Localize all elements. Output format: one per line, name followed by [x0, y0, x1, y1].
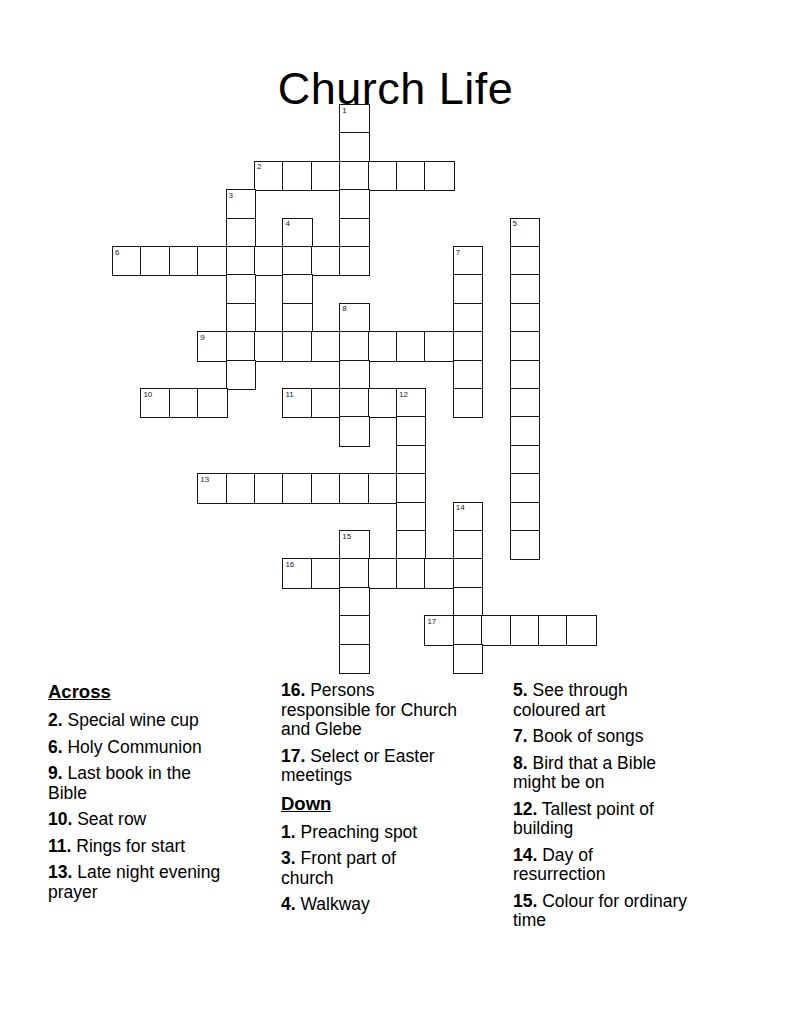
grid-cell[interactable] [312, 247, 340, 275]
clue-number: 12. [513, 799, 537, 819]
grid-cell[interactable] [369, 474, 397, 502]
cell-number: 6 [115, 248, 119, 257]
grid-cell[interactable] [454, 588, 482, 616]
cell-number: 13 [200, 475, 209, 484]
cell-number: 3 [229, 191, 233, 200]
grid-cell[interactable] [567, 616, 595, 644]
grid-cell[interactable]: 13 [198, 474, 226, 502]
grid-cell[interactable] [340, 645, 368, 673]
clue-13: 13. Late night evening prayer [48, 863, 278, 902]
grid-cell[interactable] [397, 474, 425, 502]
grid-cell[interactable] [425, 162, 453, 190]
grid-cell[interactable] [511, 616, 539, 644]
cell-number: 8 [342, 304, 346, 313]
clue-9: 9. Last book in the Bible [48, 764, 278, 803]
clue-1: 1. Preaching spot [281, 823, 509, 843]
clue-column-right: 5. See through coloured art7. Book of so… [513, 681, 755, 938]
clue-2: 2. Special wine cup [48, 711, 278, 731]
grid-cell[interactable] [425, 332, 453, 360]
grid-cell[interactable] [312, 559, 340, 587]
clue-number: 3. [281, 848, 296, 868]
grid-cell[interactable] [454, 361, 482, 389]
cell-number: 2 [257, 162, 261, 171]
grid-cell[interactable] [511, 446, 539, 474]
grid-cell[interactable] [454, 616, 482, 644]
clue-10: 10. Seat row [48, 810, 278, 830]
across-clue-list-cont: 16. Persons responsible for Church and G… [281, 681, 509, 786]
grid-cell[interactable] [227, 247, 255, 275]
grid-cell[interactable] [340, 361, 368, 389]
grid-cell[interactable] [255, 474, 283, 502]
grid-cell[interactable]: 3 [227, 190, 255, 218]
grid-cell[interactable] [283, 332, 311, 360]
grid-cell[interactable] [227, 275, 255, 303]
down-header: Down [281, 793, 509, 815]
grid-cell[interactable] [340, 190, 368, 218]
grid-cell[interactable] [511, 474, 539, 502]
across-clue-list: 2. Special wine cup6. Holy Communion9. L… [48, 711, 278, 902]
grid-cell[interactable] [312, 162, 340, 190]
grid-cell[interactable] [454, 304, 482, 332]
grid-cell[interactable] [397, 503, 425, 531]
grid-cell[interactable] [369, 332, 397, 360]
grid-cell[interactable] [539, 616, 567, 644]
grid-cell[interactable] [397, 162, 425, 190]
grid-cell[interactable] [283, 162, 311, 190]
grid-cell[interactable] [198, 389, 226, 417]
grid-cell[interactable] [312, 332, 340, 360]
grid-cell[interactable] [283, 247, 311, 275]
grid-cell[interactable] [312, 474, 340, 502]
grid-cell[interactable] [340, 474, 368, 502]
grid-cell[interactable]: 8 [340, 304, 368, 332]
grid-cell[interactable] [255, 332, 283, 360]
cell-number: 10 [143, 390, 152, 399]
grid-cell[interactable] [511, 275, 539, 303]
clue-number: 7. [513, 726, 528, 746]
grid-cell[interactable]: 17 [425, 616, 453, 644]
clue-number: 6. [48, 737, 63, 757]
grid-cell[interactable] [454, 275, 482, 303]
clue-16: 16. Persons responsible for Church and G… [281, 681, 509, 740]
down-clue-list-cont: 5. See through coloured art7. Book of so… [513, 681, 755, 931]
grid-cell[interactable] [340, 219, 368, 247]
grid-cell[interactable]: 10 [141, 389, 169, 417]
grid-cell[interactable] [397, 446, 425, 474]
grid-cell[interactable] [340, 133, 368, 161]
grid-cell[interactable] [141, 247, 169, 275]
grid-cell[interactable] [340, 389, 368, 417]
cell-number: 9 [200, 333, 204, 342]
grid-cell[interactable] [511, 503, 539, 531]
cell-number: 1 [342, 106, 346, 115]
cell-number: 7 [456, 248, 460, 257]
clue-11: 11. Rings for start [48, 837, 278, 857]
clue-17: 17. Select or Easter meetings [281, 747, 509, 786]
clue-14: 14. Day of resurrection [513, 846, 755, 885]
grid-cell[interactable] [369, 559, 397, 587]
grid-cell[interactable]: 9 [198, 332, 226, 360]
grid-cell[interactable] [227, 304, 255, 332]
clue-number: 16. [281, 680, 305, 700]
grid-cell[interactable]: 12 [397, 389, 425, 417]
clue-number: 1. [281, 822, 296, 842]
grid-cell[interactable] [511, 304, 539, 332]
clue-number: 9. [48, 763, 63, 783]
grid-cell[interactable] [511, 389, 539, 417]
clue-5: 5. See through coloured art [513, 681, 755, 720]
grid-cell[interactable]: 14 [454, 503, 482, 531]
clue-number: 14. [513, 845, 537, 865]
grid-cell[interactable] [227, 361, 255, 389]
grid-cell[interactable] [397, 531, 425, 559]
grid-cell[interactable] [511, 247, 539, 275]
grid-cell[interactable] [511, 361, 539, 389]
cell-number: 16 [285, 560, 294, 569]
grid-cell[interactable] [397, 417, 425, 445]
clue-number: 5. [513, 680, 528, 700]
grid-cell[interactable]: 5 [511, 219, 539, 247]
grid-cell[interactable] [340, 162, 368, 190]
grid-cell[interactable] [340, 588, 368, 616]
grid-cell[interactable] [454, 332, 482, 360]
grid-cell[interactable] [454, 389, 482, 417]
cell-number: 17 [427, 617, 436, 626]
grid-cell[interactable]: 16 [283, 559, 311, 587]
grid-cell[interactable] [425, 559, 453, 587]
clue-8: 8. Bird that a Bible might be on [513, 754, 755, 793]
grid-cell[interactable] [283, 275, 311, 303]
grid-cell[interactable] [312, 389, 340, 417]
cell-number: 4 [285, 219, 289, 228]
grid-cell[interactable] [397, 559, 425, 587]
grid-cell[interactable] [340, 559, 368, 587]
down-clue-list: 1. Preaching spot3. Front part of church… [281, 823, 509, 915]
grid-cell[interactable]: 2 [255, 162, 283, 190]
cell-number: 15 [342, 532, 351, 541]
grid-cell[interactable] [511, 332, 539, 360]
grid-cell[interactable]: 1 [340, 105, 368, 133]
grid-cell[interactable] [340, 247, 368, 275]
grid-cell[interactable] [198, 247, 226, 275]
grid-cell[interactable] [170, 247, 198, 275]
clue-column-middle: 16. Persons responsible for Church and G… [281, 681, 509, 922]
clue-column-left: Across 2. Special wine cup6. Holy Commun… [48, 681, 278, 909]
grid-cell[interactable]: 4 [283, 219, 311, 247]
grid-cell[interactable] [283, 474, 311, 502]
clue-7: 7. Book of songs [513, 727, 755, 747]
grid-cell[interactable]: 7 [454, 247, 482, 275]
cell-number: 12 [399, 390, 408, 399]
grid-cell[interactable] [227, 332, 255, 360]
clue-number: 13. [48, 862, 72, 882]
grid-cell[interactable] [397, 332, 425, 360]
clue-number: 8. [513, 753, 528, 773]
clue-number: 17. [281, 746, 305, 766]
clue-number: 11. [48, 836, 71, 856]
clue-4: 4. Walkway [281, 895, 509, 915]
across-header: Across [48, 681, 278, 703]
grid-cell[interactable]: 11 [283, 389, 311, 417]
cell-number: 11 [285, 390, 293, 399]
grid-cell[interactable] [170, 389, 198, 417]
grid-cell[interactable] [511, 417, 539, 445]
grid-cell[interactable] [454, 645, 482, 673]
grid-cell[interactable] [511, 531, 539, 559]
cell-number: 14 [456, 503, 465, 512]
grid-cell[interactable] [340, 332, 368, 360]
grid-cell[interactable]: 6 [113, 247, 141, 275]
grid-cell[interactable] [369, 389, 397, 417]
clue-number: 4. [281, 894, 296, 914]
grid-cell[interactable]: 15 [340, 531, 368, 559]
crossword-grid: 1234567891011121314151617 [113, 105, 596, 673]
cell-number: 5 [513, 219, 517, 228]
clue-number: 2. [48, 710, 63, 730]
grid-cell[interactable] [283, 304, 311, 332]
clue-12: 12. Tallest point of building [513, 800, 755, 839]
grid-cell[interactable] [340, 417, 368, 445]
grid-cell[interactable] [227, 219, 255, 247]
grid-cell[interactable] [255, 247, 283, 275]
grid-cell[interactable] [454, 559, 482, 587]
grid-cell[interactable] [482, 616, 510, 644]
clue-15: 15. Colour for ordinary time [513, 892, 755, 931]
grid-cell[interactable] [227, 474, 255, 502]
grid-cell[interactable] [454, 531, 482, 559]
clue-number: 10. [48, 809, 72, 829]
clue-6: 6. Holy Communion [48, 738, 278, 758]
clue-3: 3. Front part of church [281, 849, 509, 888]
grid-cell[interactable] [340, 616, 368, 644]
clue-number: 15. [513, 891, 537, 911]
grid-cell[interactable] [369, 162, 397, 190]
